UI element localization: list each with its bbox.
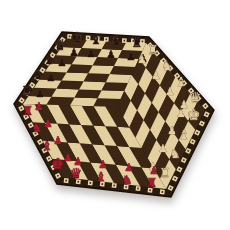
black-rook[interactable]: ♜	[22, 84, 33, 98]
board-cell	[84, 73, 110, 82]
rim-coordinate-mark	[137, 188, 139, 190]
red-rook[interactable]: ♜	[23, 104, 34, 118]
white-pawn[interactable]: ♟	[176, 107, 185, 119]
red-bishop[interactable]: ♝	[95, 169, 106, 184]
black-bishop[interactable]: ♝	[43, 52, 54, 67]
rim-coordinate-mark	[113, 185, 115, 187]
red-knight[interactable]: ♞	[32, 121, 43, 135]
three-player-chess-board: ♚♝♞♜♛♜♟♟♟♟♟♟♝♟♞♞♟♟♝♜♟♟♛♟♟♜♟♚♟♞♟♝♟♝♟♞♟♟♟♚…	[0, 0, 230, 230]
board-cell	[70, 97, 98, 106]
white-rook[interactable]: ♜	[148, 43, 159, 57]
red-rook[interactable]: ♜	[147, 176, 158, 190]
board-cell	[75, 89, 102, 98]
red-queen[interactable]: ♛	[70, 165, 82, 181]
black-pawn[interactable]: ♟	[57, 56, 66, 68]
rim-coordinate-mark	[105, 38, 107, 40]
white-bishop[interactable]: ♝	[178, 127, 189, 142]
black-pawn[interactable]: ♟	[46, 71, 55, 83]
black-bishop[interactable]: ♝	[90, 32, 101, 47]
black-king[interactable]: ♚	[70, 29, 83, 47]
rim-coordinate-mark	[65, 180, 67, 182]
red-pawn[interactable]: ♟	[43, 117, 52, 129]
white-pawn[interactable]: ♟	[167, 124, 176, 136]
red-king[interactable]: ♚	[51, 155, 64, 173]
board-cell	[47, 97, 75, 106]
board-cell	[102, 82, 128, 91]
board-cell	[110, 66, 135, 75]
board-cell	[98, 90, 125, 99]
board-cell	[106, 74, 132, 83]
white-bishop[interactable]: ♝	[175, 74, 186, 89]
rim-coordinate-mark	[161, 191, 163, 193]
rim-coordinate-mark	[89, 182, 91, 184]
white-pawn[interactable]: ♟	[137, 53, 146, 65]
board-cell	[79, 81, 106, 90]
board-cell	[88, 65, 114, 74]
black-rook[interactable]: ♜	[132, 36, 143, 50]
black-pawn[interactable]: ♟	[35, 87, 44, 99]
red-pawn[interactable]: ♟	[34, 100, 43, 112]
white-knight[interactable]: ♞	[162, 59, 173, 73]
white-pawn[interactable]: ♟	[151, 69, 160, 81]
red-pawn[interactable]: ♟	[149, 164, 158, 176]
black-pawn[interactable]: ♟	[106, 48, 115, 60]
white-rook[interactable]: ♜	[160, 166, 171, 180]
rim-coordinate-mark	[77, 181, 79, 183]
black-queen[interactable]: ♛	[54, 37, 66, 53]
red-pawn[interactable]: ♟	[124, 161, 133, 173]
black-pawn[interactable]: ♟	[86, 47, 95, 59]
white-knight[interactable]: ♞	[170, 147, 181, 161]
red-bishop[interactable]: ♝	[41, 138, 52, 153]
photo-stage: ♚♝♞♜♛♜♟♟♟♟♟♟♝♟♞♞♟♟♝♜♟♟♛♟♟♜♟♚♟♞♟♝♟♝♟♞♟♟♟♚…	[0, 0, 230, 230]
white-pawn[interactable]: ♟	[165, 85, 174, 97]
black-knight[interactable]: ♞	[111, 34, 122, 48]
white-king[interactable]: ♚	[187, 106, 200, 124]
board-cell	[94, 98, 121, 107]
red-knight[interactable]: ♞	[122, 173, 133, 187]
rim-coordinate-mark	[123, 40, 125, 42]
rim-coordinate-mark	[87, 37, 89, 39]
black-pawn[interactable]: ♟	[69, 46, 78, 58]
black-pawn[interactable]: ♟	[126, 50, 135, 62]
white-pawn[interactable]: ♟	[158, 142, 167, 154]
white-queen[interactable]: ♛	[189, 89, 201, 105]
black-knight[interactable]: ♞	[33, 68, 44, 82]
red-pawn[interactable]: ♟	[53, 134, 62, 146]
